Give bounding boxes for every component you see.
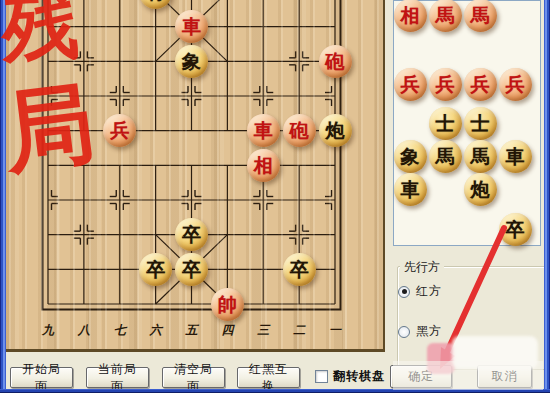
radio-black-side[interactable]: 黑方 [398,323,442,340]
tray-piece-black[interactable]: 馬 [429,140,462,173]
radio-red-label: 红方 [416,283,442,300]
board-piece-red[interactable]: 砲 [319,45,352,78]
start-position-button[interactable]: 开始局面 [10,367,73,388]
window-border-bottom [0,389,550,393]
tray-piece-black[interactable]: 馬 [464,140,497,173]
first-move-title: 先行方 [400,259,444,276]
swap-red-black-button[interactable]: 红黑互换 [237,367,300,388]
xiangqi-board[interactable]: 九八七六五四三二一 将車象砲兵車砲炮相卒卒卒卒帥 [6,0,385,352]
board-piece-red[interactable]: 車 [247,114,280,147]
window-border-left [0,0,6,393]
board-piece-red[interactable]: 帥 [211,288,244,321]
file-label: 一 [324,322,346,339]
file-label: 七 [109,322,131,339]
radio-black-circle[interactable] [398,326,410,338]
ok-button[interactable]: 确定 [390,365,452,388]
radio-red-side[interactable]: 红方 [398,283,442,300]
tray-piece-black[interactable]: 車 [499,140,532,173]
position-editor-window: 九八七六五四三二一 将車象砲兵車砲炮相卒卒卒卒帥 相馬馬兵兵兵兵士士象馬馬車車炮… [0,0,550,393]
radio-black-label: 黑方 [416,323,442,340]
flip-board-label: 翻转棋盘 [333,368,385,385]
flip-board-option[interactable]: 翻转棋盘 [315,368,385,385]
file-label: 四 [216,322,238,339]
board-piece-black[interactable]: 卒 [139,253,172,286]
board-piece-black[interactable]: 卒 [175,253,208,286]
tray-piece-black[interactable]: 士 [464,107,497,140]
tray-piece-black[interactable]: 卒 [499,213,532,246]
tray-piece-black[interactable]: 象 [394,140,427,173]
file-label: 五 [181,322,203,339]
tray-piece-black[interactable]: 車 [394,173,427,206]
tray-piece-red[interactable]: 兵 [464,68,497,101]
cancel-button[interactable]: 取消 [477,365,532,388]
board-piece-red[interactable]: 相 [247,149,280,182]
window-border-right [544,0,550,393]
board-piece-black[interactable]: 炮 [319,114,352,147]
clear-position-button[interactable]: 清空局面 [162,367,225,388]
current-position-button[interactable]: 当前局面 [86,367,149,388]
tray-piece-red[interactable]: 兵 [499,68,532,101]
board-piece-red[interactable]: 砲 [283,114,316,147]
tray-piece-red[interactable]: 馬 [464,0,497,32]
tray-piece-black[interactable]: 炮 [464,173,497,206]
tray-piece-red[interactable]: 兵 [429,68,462,101]
board-piece-red[interactable]: 車 [175,10,208,43]
file-label: 八 [73,322,95,339]
file-label: 六 [145,322,167,339]
tray-piece-red[interactable]: 相 [394,0,427,32]
file-label: 二 [288,322,310,339]
radio-red-circle[interactable] [398,286,410,298]
flip-board-checkbox[interactable] [315,370,328,383]
tray-piece-red[interactable]: 馬 [429,0,462,32]
first-move-groupbox [397,266,550,370]
board-piece-black[interactable]: 卒 [283,253,316,286]
board-piece-black[interactable]: 卒 [175,218,208,251]
tray-piece-red[interactable]: 兵 [394,68,427,101]
board-piece-black[interactable]: 象 [175,45,208,78]
file-label: 三 [252,322,274,339]
file-label: 九 [37,322,59,339]
tray-piece-black[interactable]: 士 [429,107,462,140]
piece-tray[interactable]: 相馬馬兵兵兵兵士士象馬馬車車炮卒 [393,0,541,246]
